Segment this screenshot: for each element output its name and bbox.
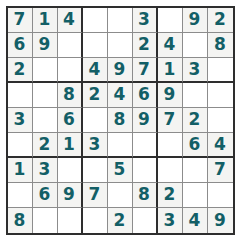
given-digit: 2 (39, 136, 51, 153)
given-digit: 2 (114, 212, 126, 229)
cell-r8c1[interactable] (8, 183, 33, 208)
cell-r8c7[interactable]: 2 (158, 183, 183, 208)
given-digit: 9 (164, 86, 176, 103)
cell-r2c2[interactable]: 9 (33, 33, 58, 58)
cell-r5c5[interactable]: 8 (108, 108, 133, 133)
cell-r6c1[interactable] (8, 133, 33, 158)
cell-r4c3[interactable]: 8 (58, 83, 83, 108)
cell-r5c3[interactable]: 6 (58, 108, 83, 133)
cell-r1c8[interactable]: 9 (183, 8, 208, 33)
cell-r7c8[interactable] (183, 158, 208, 183)
given-digit: 6 (14, 36, 26, 53)
cell-r6c5[interactable] (108, 133, 133, 158)
cell-r4c6[interactable]: 6 (133, 83, 158, 108)
cell-r3c7[interactable]: 1 (158, 58, 183, 83)
cell-r3c4[interactable]: 4 (83, 58, 108, 83)
given-digit: 3 (14, 111, 26, 128)
cell-r4c1[interactable] (8, 83, 33, 108)
cell-r9c7[interactable]: 3 (158, 208, 183, 233)
given-digit: 7 (89, 186, 101, 203)
cell-r3c9[interactable] (208, 58, 233, 83)
cell-r2c3[interactable] (58, 33, 83, 58)
cell-r6c3[interactable]: 1 (58, 133, 83, 158)
given-digit: 2 (164, 186, 176, 203)
cell-r8c5[interactable] (108, 183, 133, 208)
given-digit: 9 (39, 36, 51, 53)
cell-r2c6[interactable]: 2 (133, 33, 158, 58)
given-digit: 9 (214, 212, 226, 229)
cell-r1c6[interactable]: 3 (133, 8, 158, 33)
cell-r4c5[interactable]: 4 (108, 83, 133, 108)
cell-r3c8[interactable]: 3 (183, 58, 208, 83)
cell-r6c6[interactable] (133, 133, 158, 158)
cell-r5c9[interactable] (208, 108, 233, 133)
given-digit: 8 (14, 212, 26, 229)
given-digit: 4 (189, 212, 201, 229)
cell-r9c5[interactable]: 2 (108, 208, 133, 233)
cell-r8c6[interactable]: 8 (133, 183, 158, 208)
cell-r6c4[interactable]: 3 (83, 133, 108, 158)
cell-r2c9[interactable]: 8 (208, 33, 233, 58)
cell-r1c9[interactable]: 2 (208, 8, 233, 33)
cell-r9c9[interactable]: 9 (208, 208, 233, 233)
given-digit: 3 (39, 161, 51, 178)
cell-r7c9[interactable]: 7 (208, 158, 233, 183)
cell-r7c5[interactable]: 5 (108, 158, 133, 183)
cell-r8c9[interactable] (208, 183, 233, 208)
cell-r9c8[interactable]: 4 (183, 208, 208, 233)
given-digit: 7 (14, 11, 26, 28)
given-digit: 8 (63, 86, 75, 103)
cell-r6c9[interactable]: 4 (208, 133, 233, 158)
sudoku-page: 7143926924824971382469368972213641357697… (0, 0, 240, 240)
cell-r4c4[interactable]: 2 (83, 83, 108, 108)
cell-r3c1[interactable]: 2 (8, 58, 33, 83)
given-digit: 6 (138, 86, 150, 103)
sudoku-board: 7143926924824971382469368972213641357697… (6, 6, 235, 235)
given-digit: 5 (114, 161, 126, 178)
given-digit: 7 (214, 161, 226, 178)
given-digit: 2 (189, 111, 201, 128)
cell-r8c4[interactable]: 7 (83, 183, 108, 208)
cell-r4c7[interactable]: 9 (158, 83, 183, 108)
cell-r2c5[interactable] (108, 33, 133, 58)
cell-r5c4[interactable] (83, 108, 108, 133)
cell-r1c2[interactable]: 1 (33, 8, 58, 33)
given-digit: 3 (189, 61, 201, 78)
cell-r6c7[interactable] (158, 133, 183, 158)
given-digit: 1 (39, 11, 51, 28)
given-digit: 4 (214, 136, 226, 153)
given-digit: 9 (63, 186, 75, 203)
cell-r3c3[interactable] (58, 58, 83, 83)
cell-r1c3[interactable]: 4 (58, 8, 83, 33)
given-digit: 2 (89, 86, 101, 103)
given-digit: 2 (14, 61, 26, 78)
cell-r3c6[interactable]: 7 (133, 58, 158, 83)
cell-r9c1[interactable]: 8 (8, 208, 33, 233)
cell-r5c8[interactable]: 2 (183, 108, 208, 133)
given-digit: 6 (189, 136, 201, 153)
cell-r8c3[interactable]: 9 (58, 183, 83, 208)
cell-r1c5[interactable] (108, 8, 133, 33)
cell-r7c6[interactable] (133, 158, 158, 183)
cell-r9c3[interactable] (58, 208, 83, 233)
cell-r7c2[interactable]: 3 (33, 158, 58, 183)
given-digit: 9 (114, 61, 126, 78)
cell-r9c4[interactable] (83, 208, 108, 233)
cell-r7c7[interactable] (158, 158, 183, 183)
given-digit: 1 (164, 61, 176, 78)
given-digit: 8 (138, 186, 150, 203)
cell-r5c2[interactable] (33, 108, 58, 133)
given-digit: 4 (89, 61, 101, 78)
cell-r3c2[interactable] (33, 58, 58, 83)
given-digit: 9 (189, 11, 201, 28)
cell-r8c2[interactable]: 6 (33, 183, 58, 208)
cell-r2c8[interactable] (183, 33, 208, 58)
given-digit: 1 (14, 161, 26, 178)
cell-r1c7[interactable] (158, 8, 183, 33)
cell-r2c7[interactable]: 4 (158, 33, 183, 58)
cell-r2c1[interactable]: 6 (8, 33, 33, 58)
cell-r6c8[interactable]: 6 (183, 133, 208, 158)
cell-r9c2[interactable] (33, 208, 58, 233)
given-digit: 6 (63, 111, 75, 128)
cell-r4c8[interactable] (183, 83, 208, 108)
given-digit: 7 (164, 111, 176, 128)
given-digit: 8 (214, 36, 226, 53)
cell-r9c6[interactable] (133, 208, 158, 233)
cell-r3c5[interactable]: 9 (108, 58, 133, 83)
given-digit: 2 (138, 36, 150, 53)
cell-r8c8[interactable] (183, 183, 208, 208)
given-digit: 4 (63, 11, 75, 28)
cell-r4c9[interactable] (208, 83, 233, 108)
cell-r5c1[interactable]: 3 (8, 108, 33, 133)
cell-r5c7[interactable]: 7 (158, 108, 183, 133)
cell-r5c6[interactable]: 9 (133, 108, 158, 133)
cell-r1c1[interactable]: 7 (8, 8, 33, 33)
given-digit: 3 (138, 11, 150, 28)
cell-r7c4[interactable] (83, 158, 108, 183)
given-digit: 3 (164, 212, 176, 229)
cell-r2c4[interactable] (83, 33, 108, 58)
given-digit: 8 (114, 111, 126, 128)
given-digit: 9 (138, 111, 150, 128)
cell-r4c2[interactable] (33, 83, 58, 108)
given-digit: 3 (89, 136, 101, 153)
cell-r1c4[interactable] (83, 8, 108, 33)
given-digit: 2 (214, 11, 226, 28)
cell-r6c2[interactable]: 2 (33, 133, 58, 158)
cell-r7c1[interactable]: 1 (8, 158, 33, 183)
given-digit: 4 (164, 36, 176, 53)
given-digit: 1 (63, 136, 75, 153)
given-digit: 4 (114, 86, 126, 103)
cell-r7c3[interactable] (58, 158, 83, 183)
given-digit: 6 (39, 186, 51, 203)
given-digit: 7 (138, 61, 150, 78)
